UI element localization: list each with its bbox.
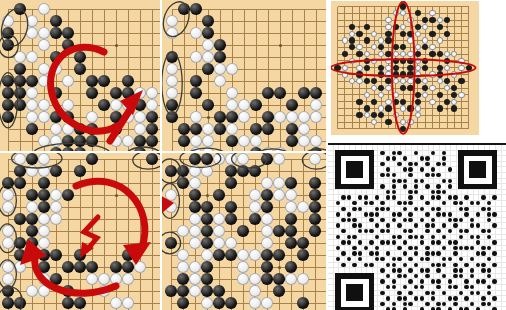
qr-module (392, 268, 397, 273)
stone-white (437, 78, 443, 84)
stone-white (2, 237, 14, 249)
stone-black (286, 99, 298, 111)
qr-module (487, 212, 492, 217)
stone-black (371, 112, 377, 118)
stone-black (146, 123, 158, 135)
stone-white (237, 249, 249, 261)
qr-module (386, 156, 391, 161)
qr-module (392, 156, 397, 161)
stone-white (437, 17, 443, 23)
stone-white (286, 111, 298, 123)
stone-black (190, 87, 202, 99)
stone-black (213, 285, 225, 297)
stone-white (38, 63, 50, 75)
qr-module (420, 235, 425, 240)
stone-black (451, 85, 457, 91)
stone-white (2, 201, 14, 213)
stone-black (38, 249, 50, 261)
qr-module (414, 162, 419, 167)
qr-module (487, 285, 492, 290)
qr-module (442, 235, 447, 240)
stone-black (177, 165, 189, 177)
qr-module (358, 207, 363, 212)
stone-black (14, 177, 26, 189)
qr-module (420, 285, 425, 290)
qr-module (492, 212, 497, 217)
stone-white (201, 249, 213, 261)
stone-white (38, 213, 50, 225)
stone-white (261, 177, 273, 189)
qr-module (341, 195, 346, 200)
stone-white (38, 285, 50, 297)
stone-black (393, 65, 399, 71)
qr-module (425, 268, 430, 273)
stone-black (261, 249, 273, 261)
stone-black (407, 65, 413, 71)
qr-module (459, 274, 464, 279)
stone-black (422, 44, 428, 50)
stone-white (2, 189, 14, 201)
qr-module (380, 173, 385, 178)
stone-black (74, 123, 86, 135)
stone-black (285, 237, 297, 249)
stone-white (26, 165, 38, 177)
qr-module (476, 291, 481, 296)
qr-module (420, 257, 425, 262)
stone-white (400, 51, 406, 57)
star-point (279, 44, 282, 47)
stone-black (14, 249, 26, 261)
qr-module (408, 190, 413, 195)
stone-black (356, 71, 362, 77)
qr-module (408, 162, 413, 167)
qr-module (386, 195, 391, 200)
stone-black (214, 111, 226, 123)
stone-black (166, 99, 178, 111)
stone-white (407, 78, 413, 84)
stone-white (349, 58, 355, 64)
stone-white (110, 99, 122, 111)
stone-black (356, 99, 362, 105)
star-point (207, 116, 210, 119)
stone-white (451, 71, 457, 77)
stone-black (407, 31, 413, 37)
stone-black (62, 189, 74, 201)
qr-module (442, 201, 447, 206)
stone-black (262, 87, 274, 99)
stone-black (26, 75, 38, 87)
stone-black (2, 87, 14, 99)
grid-line (8, 45, 160, 46)
stone-white (226, 87, 238, 99)
stone-black (415, 78, 421, 84)
stone-black (250, 147, 262, 151)
stone-white (437, 37, 443, 43)
qr-module (364, 263, 369, 268)
qr-module (459, 229, 464, 234)
stone-white (309, 153, 321, 165)
stone-black (378, 85, 384, 91)
stone-black (407, 85, 413, 91)
stone-black (378, 112, 384, 118)
qr-module (492, 195, 497, 200)
stone-white (429, 44, 435, 50)
stone-white (122, 99, 134, 111)
stone-black (50, 165, 62, 177)
stone-white (356, 44, 362, 50)
qr-module (386, 251, 391, 256)
qr-module (431, 279, 436, 284)
stone-white (62, 123, 74, 135)
stone-white (26, 99, 38, 111)
stone-black (429, 17, 435, 23)
stone-white (342, 65, 348, 71)
stone-white (422, 92, 428, 98)
qr-module (397, 162, 402, 167)
qr-module (336, 235, 341, 240)
stone-white (26, 27, 38, 39)
qr-module (431, 151, 436, 156)
stone-black (437, 105, 443, 111)
stone-black (146, 153, 158, 165)
stone-black (437, 92, 443, 98)
qr-module (380, 184, 385, 189)
qr-module (476, 279, 481, 284)
stone-white (26, 249, 38, 261)
qr-module (403, 302, 408, 307)
stone-black (393, 99, 399, 105)
qr-module (380, 257, 385, 262)
qr-module (420, 218, 425, 223)
stone-white (400, 78, 406, 84)
stone-black (201, 273, 213, 285)
qr-module (369, 229, 374, 234)
stone-white (50, 135, 62, 147)
stone-black (444, 58, 450, 64)
qr-module (386, 274, 391, 279)
qr-module (403, 274, 408, 279)
qr-module (336, 212, 341, 217)
qr-module (448, 279, 453, 284)
qr-module (453, 274, 458, 279)
stone-black (364, 37, 370, 43)
qr-module (386, 263, 391, 268)
stone-black (2, 39, 14, 51)
stone-black (458, 78, 464, 84)
stone-black (189, 201, 201, 213)
stone-white (458, 92, 464, 98)
stone-white (393, 51, 399, 57)
stone-black (178, 3, 190, 15)
stone-white (38, 27, 50, 39)
qr-module (436, 279, 441, 284)
qr-module (352, 246, 357, 251)
stone-white (50, 123, 62, 135)
stone-black (225, 213, 237, 225)
stone-white (189, 225, 201, 237)
stone-white (415, 71, 421, 77)
stone-white (415, 65, 421, 71)
qr-module (364, 246, 369, 251)
qr-module (487, 218, 492, 223)
stone-black (86, 153, 98, 165)
qr-module (431, 218, 436, 223)
stone-black (226, 135, 238, 147)
stone-black (202, 99, 214, 111)
qr-module (392, 279, 397, 284)
stone-white (249, 189, 261, 201)
qr-module (392, 240, 397, 245)
stone-black (285, 225, 297, 237)
stone-black (286, 123, 298, 135)
qr-module (453, 218, 458, 223)
stone-white (26, 51, 38, 63)
qr-module (414, 151, 419, 156)
stone-white (273, 177, 285, 189)
stone-black (400, 58, 406, 64)
stone-white (371, 85, 377, 91)
qr-module (453, 285, 458, 290)
qr-module (442, 156, 447, 161)
qr-finder-center (469, 161, 486, 178)
stone-black (407, 71, 413, 77)
stone-white (237, 273, 249, 285)
stone-black (422, 58, 428, 64)
qr-module (352, 235, 357, 240)
qr-module (442, 291, 447, 296)
stone-black (356, 112, 362, 118)
stone-white (261, 213, 273, 225)
qr-module (425, 162, 430, 167)
stone-white (201, 165, 213, 177)
stone-black (437, 65, 443, 71)
qr-module (341, 207, 346, 212)
stone-black (309, 225, 321, 237)
qr-module (442, 246, 447, 251)
stone-white (177, 261, 189, 273)
stone-white (50, 201, 62, 213)
stone-white (393, 112, 399, 118)
stone-black (415, 99, 421, 105)
qr-module (464, 229, 469, 234)
qr-module (397, 274, 402, 279)
stone-black (86, 75, 98, 87)
grid-line (172, 21, 326, 22)
stone-white (50, 189, 62, 201)
qr-module (448, 229, 453, 234)
stone-white (310, 135, 322, 147)
qr-module (448, 179, 453, 184)
qr-module (364, 229, 369, 234)
stone-black (177, 273, 189, 285)
stone-white (285, 189, 297, 201)
stone-white (310, 111, 322, 123)
stone-black (310, 147, 322, 151)
qr-module (425, 212, 430, 217)
stone-black (309, 201, 321, 213)
qr-module (403, 285, 408, 290)
stone-white (407, 37, 413, 43)
stone-white (415, 31, 421, 37)
qr-module (397, 151, 402, 156)
qr-module (492, 223, 497, 228)
stone-black (364, 105, 370, 111)
stone-white (214, 75, 226, 87)
stone-white (190, 111, 202, 123)
stone-black (202, 63, 214, 75)
qr-module (436, 251, 441, 256)
qr-module (442, 162, 447, 167)
qr-module (403, 296, 408, 301)
stone-white (378, 51, 384, 57)
panel-bottom-left-board (0, 153, 160, 310)
qr-module (448, 296, 453, 301)
qr-module (408, 201, 413, 206)
grid-line (172, 69, 326, 70)
stone-white (422, 37, 428, 43)
stone-black (190, 123, 202, 135)
qr-module (442, 223, 447, 228)
qr-module (364, 195, 369, 200)
qr-module (420, 179, 425, 184)
stone-white (400, 119, 406, 125)
stone-black (50, 147, 62, 151)
qr-module (425, 257, 430, 262)
stone-white (422, 24, 428, 30)
qr-module (464, 207, 469, 212)
qr-module (481, 263, 486, 268)
qr-module (476, 235, 481, 240)
qr-module (408, 212, 413, 217)
qr-module (403, 218, 408, 223)
stone-black (385, 105, 391, 111)
qr-module (442, 274, 447, 279)
stone-black (285, 213, 297, 225)
stone-white (38, 225, 50, 237)
stone-black (98, 75, 110, 87)
stone-white (429, 10, 435, 16)
stone-white (385, 24, 391, 30)
stone-white (26, 111, 38, 123)
qr-module (492, 296, 497, 301)
qr-module (453, 296, 458, 301)
stone-black (201, 201, 213, 213)
qr-module (414, 251, 419, 256)
stone-white (38, 165, 50, 177)
qr-module (369, 201, 374, 206)
star-point (206, 194, 209, 197)
stone-white (249, 201, 261, 213)
qr-module (336, 246, 341, 251)
qr-module (436, 229, 441, 234)
qr-module (403, 179, 408, 184)
stone-black (371, 99, 377, 105)
star-point (402, 67, 404, 69)
qr-module (492, 279, 497, 284)
stone-black (38, 189, 50, 201)
qr-module (386, 240, 391, 245)
stone-white (177, 225, 189, 237)
stone-white (297, 201, 309, 213)
stone-black (285, 261, 297, 273)
stone-white (356, 78, 362, 84)
qr-module (347, 257, 352, 262)
stone-black (349, 37, 355, 43)
qr-module (397, 179, 402, 184)
stone-black (407, 58, 413, 64)
stone-black (297, 237, 309, 249)
stone-white (415, 58, 421, 64)
qr-module (487, 246, 492, 251)
qr-module (453, 246, 458, 251)
qr-finder-pattern (335, 273, 374, 310)
qr-module (386, 207, 391, 212)
qr-module (397, 212, 402, 217)
star-point (115, 194, 118, 197)
stone-white (364, 92, 370, 98)
stone-white (444, 65, 450, 71)
stone-black (422, 85, 428, 91)
stone-white (38, 39, 50, 51)
stone-black (429, 31, 435, 37)
qr-module (386, 223, 391, 228)
qr-module (470, 302, 475, 307)
stone-white (62, 99, 74, 111)
qr-module (453, 201, 458, 206)
stone-black (14, 87, 26, 99)
qr-module (470, 285, 475, 290)
stone-black (110, 261, 122, 273)
qr-module (459, 207, 464, 212)
qr-module (442, 151, 447, 156)
stone-black (177, 285, 189, 297)
qr-module (448, 184, 453, 189)
qr-finder-ring (341, 279, 369, 307)
grid-line (8, 183, 160, 184)
stone-white (189, 285, 201, 297)
qr-module (459, 257, 464, 262)
stone-white (250, 135, 262, 147)
qr-module (380, 268, 385, 273)
stone-black (437, 51, 443, 57)
qr-module (364, 201, 369, 206)
qr-finder-center (346, 284, 363, 301)
qr-module (414, 184, 419, 189)
qr-module (442, 263, 447, 268)
stone-white (134, 111, 146, 123)
stone-black (393, 44, 399, 50)
qr-module (352, 251, 357, 256)
qr-module (414, 246, 419, 251)
stone-black (98, 99, 110, 111)
stone-black (261, 189, 273, 201)
stone-white (2, 261, 14, 273)
panel-top-left-board (0, 0, 160, 151)
stone-black (214, 123, 226, 135)
stone-black (342, 51, 348, 57)
qr-module (487, 291, 492, 296)
stone-white (38, 99, 50, 111)
qr-module (420, 167, 425, 172)
stone-white (166, 87, 178, 99)
stone-white (202, 39, 214, 51)
stone-white (146, 87, 158, 99)
stone-white (385, 71, 391, 77)
qr-module (436, 173, 441, 178)
qr-module (487, 268, 492, 273)
qr-module (481, 207, 486, 212)
stone-white (166, 63, 178, 75)
